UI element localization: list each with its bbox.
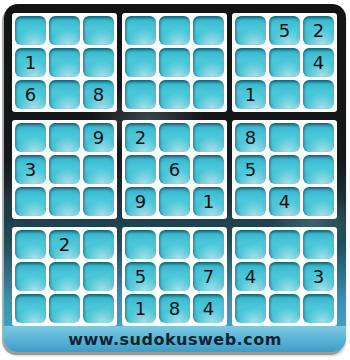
cell-r9c6[interactable]: 4 bbox=[193, 294, 224, 323]
box-r1c1: 2691 bbox=[122, 120, 227, 219]
box-r2c2: 43 bbox=[232, 227, 337, 326]
cell-r3c4[interactable] bbox=[125, 80, 156, 109]
cell-r1c2[interactable] bbox=[49, 16, 80, 45]
cell-r5c6[interactable] bbox=[193, 155, 224, 184]
cell-r8c4[interactable]: 5 bbox=[125, 262, 156, 291]
board-frame: 168524193269185425718443 www.sudokusweb.… bbox=[4, 4, 346, 352]
cell-r1c5[interactable] bbox=[159, 16, 190, 45]
cell-r9c2[interactable] bbox=[49, 294, 80, 323]
cell-r5c9[interactable] bbox=[303, 155, 334, 184]
cell-r5c4[interactable] bbox=[125, 155, 156, 184]
cell-r2c7[interactable] bbox=[235, 48, 266, 77]
cell-r1c3[interactable] bbox=[83, 16, 114, 45]
cell-r6c3[interactable] bbox=[83, 187, 114, 216]
sudoku-widget: 168524193269185425718443 www.sudokusweb.… bbox=[0, 0, 350, 360]
site-link[interactable]: www.sudokusweb.com bbox=[68, 330, 282, 349]
cell-r8c3[interactable] bbox=[83, 262, 114, 291]
box-r2c0: 2 bbox=[12, 227, 117, 326]
cell-r6c4[interactable]: 9 bbox=[125, 187, 156, 216]
cell-r9c3[interactable] bbox=[83, 294, 114, 323]
cell-r5c8[interactable] bbox=[269, 155, 300, 184]
cell-r8c1[interactable] bbox=[15, 262, 46, 291]
cell-r8c6[interactable]: 7 bbox=[193, 262, 224, 291]
cell-r8c5[interactable] bbox=[159, 262, 190, 291]
cell-r7c2[interactable]: 2 bbox=[49, 230, 80, 259]
box-r0c1 bbox=[122, 13, 227, 112]
cell-r1c7[interactable] bbox=[235, 16, 266, 45]
cell-r1c1[interactable] bbox=[15, 16, 46, 45]
cell-r7c3[interactable] bbox=[83, 230, 114, 259]
cell-r7c6[interactable] bbox=[193, 230, 224, 259]
cell-r6c8[interactable]: 4 bbox=[269, 187, 300, 216]
cell-r4c8[interactable] bbox=[269, 123, 300, 152]
cell-r1c4[interactable] bbox=[125, 16, 156, 45]
box-r1c2: 854 bbox=[232, 120, 337, 219]
cell-r3c2[interactable] bbox=[49, 80, 80, 109]
cell-r3c7[interactable]: 1 bbox=[235, 80, 266, 109]
box-r2c1: 57184 bbox=[122, 227, 227, 326]
cell-r7c4[interactable] bbox=[125, 230, 156, 259]
cell-r4c9[interactable] bbox=[303, 123, 334, 152]
cell-r9c1[interactable] bbox=[15, 294, 46, 323]
cell-r6c7[interactable] bbox=[235, 187, 266, 216]
cell-r7c9[interactable] bbox=[303, 230, 334, 259]
cell-r4c7[interactable]: 8 bbox=[235, 123, 266, 152]
cell-r2c4[interactable] bbox=[125, 48, 156, 77]
cell-r5c3[interactable] bbox=[83, 155, 114, 184]
cell-r3c9[interactable] bbox=[303, 80, 334, 109]
cell-r5c7[interactable]: 5 bbox=[235, 155, 266, 184]
cell-r2c5[interactable] bbox=[159, 48, 190, 77]
cell-r3c1[interactable]: 6 bbox=[15, 80, 46, 109]
cell-r5c1[interactable]: 3 bbox=[15, 155, 46, 184]
cell-r7c7[interactable] bbox=[235, 230, 266, 259]
cell-r5c2[interactable] bbox=[49, 155, 80, 184]
cell-r8c7[interactable]: 4 bbox=[235, 262, 266, 291]
cell-r2c6[interactable] bbox=[193, 48, 224, 77]
cell-r4c4[interactable]: 2 bbox=[125, 123, 156, 152]
cell-r9c9[interactable] bbox=[303, 294, 334, 323]
cell-r7c8[interactable] bbox=[269, 230, 300, 259]
cell-r7c5[interactable] bbox=[159, 230, 190, 259]
cell-r1c9[interactable]: 2 bbox=[303, 16, 334, 45]
cell-r4c2[interactable] bbox=[49, 123, 80, 152]
sudoku-board: 168524193269185425718443 bbox=[12, 13, 337, 326]
cell-r3c5[interactable] bbox=[159, 80, 190, 109]
cell-r6c6[interactable]: 1 bbox=[193, 187, 224, 216]
cell-r6c2[interactable] bbox=[49, 187, 80, 216]
cell-r3c8[interactable] bbox=[269, 80, 300, 109]
cell-r2c8[interactable] bbox=[269, 48, 300, 77]
cell-r5c5[interactable]: 6 bbox=[159, 155, 190, 184]
cell-r4c5[interactable] bbox=[159, 123, 190, 152]
cell-r6c9[interactable] bbox=[303, 187, 334, 216]
cell-r9c8[interactable] bbox=[269, 294, 300, 323]
cell-r2c1[interactable]: 1 bbox=[15, 48, 46, 77]
cell-r4c6[interactable] bbox=[193, 123, 224, 152]
cell-r2c3[interactable] bbox=[83, 48, 114, 77]
cell-r2c9[interactable]: 4 bbox=[303, 48, 334, 77]
cell-r9c7[interactable] bbox=[235, 294, 266, 323]
cell-r6c1[interactable] bbox=[15, 187, 46, 216]
footer-strip: www.sudokusweb.com bbox=[4, 326, 346, 352]
cell-r6c5[interactable] bbox=[159, 187, 190, 216]
cell-r8c2[interactable] bbox=[49, 262, 80, 291]
cell-r3c6[interactable] bbox=[193, 80, 224, 109]
cell-r7c1[interactable] bbox=[15, 230, 46, 259]
cell-r9c4[interactable]: 1 bbox=[125, 294, 156, 323]
cell-r2c2[interactable] bbox=[49, 48, 80, 77]
box-r1c0: 93 bbox=[12, 120, 117, 219]
box-r0c0: 168 bbox=[12, 13, 117, 112]
cell-r9c5[interactable]: 8 bbox=[159, 294, 190, 323]
cell-r1c6[interactable] bbox=[193, 16, 224, 45]
cell-r8c9[interactable]: 3 bbox=[303, 262, 334, 291]
cell-r4c3[interactable]: 9 bbox=[83, 123, 114, 152]
cell-r4c1[interactable] bbox=[15, 123, 46, 152]
box-r0c2: 5241 bbox=[232, 13, 337, 112]
cell-r3c3[interactable]: 8 bbox=[83, 80, 114, 109]
cell-r1c8[interactable]: 5 bbox=[269, 16, 300, 45]
cell-r8c8[interactable] bbox=[269, 262, 300, 291]
